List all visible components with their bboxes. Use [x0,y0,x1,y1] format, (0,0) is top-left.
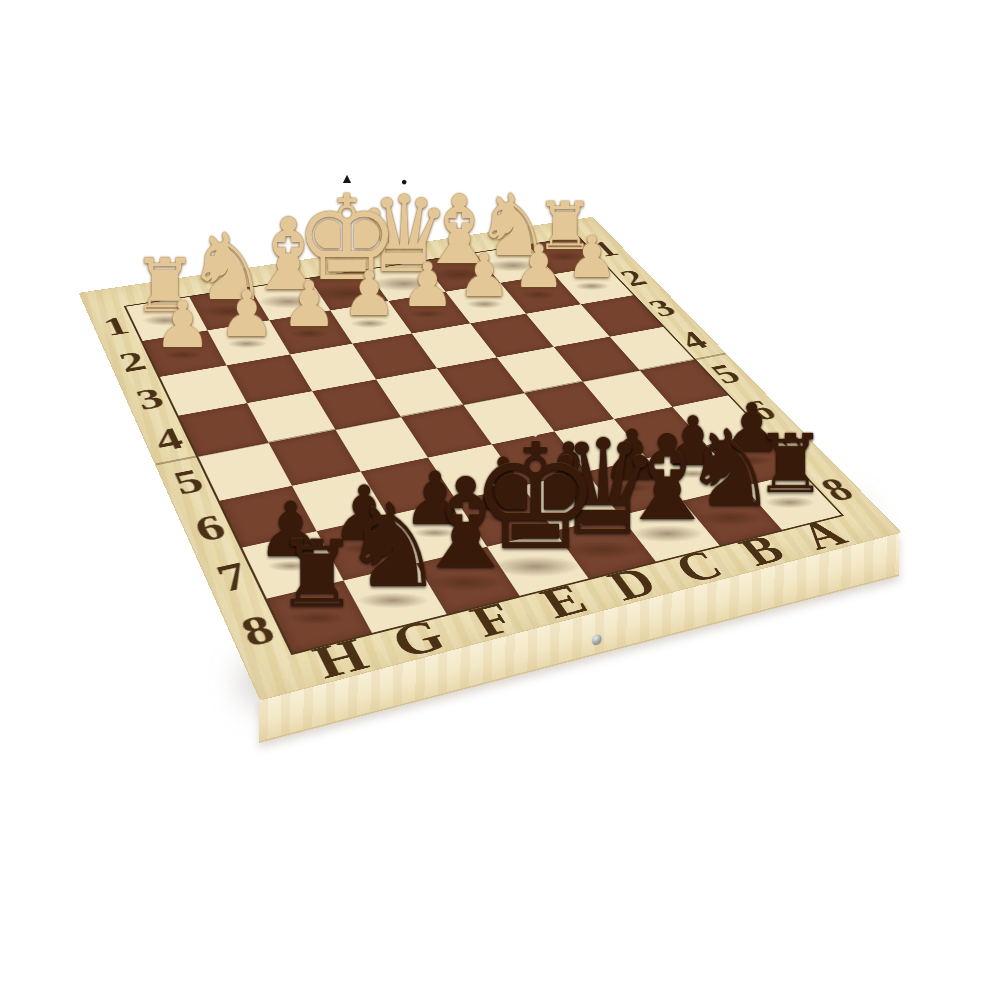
finial-glint-icon: ● [533,430,538,439]
piece-white-pawn-b2[interactable]: ♟ [513,240,565,296]
piece-white-pawn-e2[interactable]: ♟ [342,266,397,324]
chess-set-photo: 1234567812345678HGFEDCBA ♜♞♝▲♚●♛♝♞♜♟♟♟♟♟… [0,0,1000,1000]
piece-white-pawn-c2[interactable]: ♟ [457,248,510,304]
white-pawn-icon: ♟ [281,275,337,334]
white-pawn-icon: ♟ [342,266,397,324]
white-pawn-icon: ♟ [154,294,212,355]
piece-white-pawn-g2[interactable]: ♟ [219,284,276,344]
piece-white-pawn-h2[interactable]: ♟ [154,294,212,355]
black-rook-icon: ♜ [276,531,359,619]
white-pawn-icon: ♟ [513,240,565,296]
piece-black-rook-h8[interactable]: ♜ [276,531,359,619]
piece-white-pawn-d2[interactable]: ♟ [401,257,455,314]
white-pawn-icon: ♟ [219,284,276,344]
white-pawn-icon: ♟ [566,232,618,287]
piece-white-pawn-f2[interactable]: ♟ [281,275,337,334]
piece-white-pawn-a2[interactable]: ♟ [566,232,618,287]
white-pawn-icon: ♟ [401,257,455,314]
white-pawn-icon: ♟ [457,248,510,304]
